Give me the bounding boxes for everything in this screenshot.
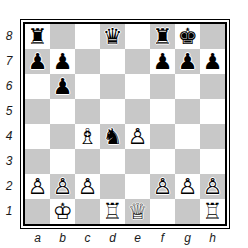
square-d7 [100,49,125,74]
square-d2 [100,174,125,199]
square-h3 [200,149,225,174]
square-g6 [175,74,200,99]
white-pawn-a2: ♙ [28,174,48,199]
square-c2: ♙ [75,174,100,199]
square-f7: ♟ [150,49,175,74]
file-label-e: e [125,230,150,246]
square-b5 [50,99,75,124]
square-c7 [75,49,100,74]
square-e2 [125,174,150,199]
square-g1 [175,199,200,224]
square-b1: ♔ [50,199,75,224]
square-d6 [100,74,125,99]
square-h8 [200,24,225,49]
square-g5 [175,99,200,124]
square-g3 [175,149,200,174]
white-king-b1: ♔ [53,199,73,224]
square-e5 [125,99,150,124]
square-b2: ♙ [50,174,75,199]
square-d1: ♖ [100,199,125,224]
square-a1 [25,199,50,224]
rank-label-4: 4 [2,124,16,149]
file-labels: abcdefgh [25,230,225,246]
white-queen-e1: ♕ [128,199,148,224]
square-c1 [75,199,100,224]
rank-label-8: 8 [2,24,16,49]
white-pawn-c2: ♙ [78,174,98,199]
black-king-g8: ♚ [178,24,198,49]
white-rook-h1: ♖ [203,199,223,224]
rank-label-5: 5 [2,99,16,124]
square-a4 [25,124,50,149]
black-pawn-g7: ♟ [178,49,198,74]
square-h1: ♖ [200,199,225,224]
white-bishop-c4: ♗ [78,124,98,149]
square-e3 [125,149,150,174]
white-rook-d1: ♖ [103,199,123,224]
square-d5 [100,99,125,124]
chess-diagram: 87654321 ♜♛♜♚♟♟♟♟♟♟♗♞♙♙♙♙♙♙♙♔♖♕♖ abcdefg… [0,0,248,248]
square-f4 [150,124,175,149]
square-a7: ♟ [25,49,50,74]
square-h4 [200,124,225,149]
square-b3 [50,149,75,174]
square-h2: ♙ [200,174,225,199]
square-a3 [25,149,50,174]
square-f5 [150,99,175,124]
chess-board: ♜♛♜♚♟♟♟♟♟♟♗♞♙♙♙♙♙♙♙♔♖♕♖ [25,24,225,224]
square-f1 [150,199,175,224]
file-label-g: g [175,230,200,246]
square-b6: ♟ [50,74,75,99]
file-label-c: c [75,230,100,246]
file-label-a: a [25,230,50,246]
black-rook-f8: ♜ [153,24,173,49]
file-label-d: d [100,230,125,246]
rank-label-6: 6 [2,74,16,99]
board-border: ♜♛♜♚♟♟♟♟♟♟♗♞♙♙♙♙♙♙♙♔♖♕♖ [23,22,227,226]
rank-label-7: 7 [2,49,16,74]
file-label-b: b [50,230,75,246]
square-h6 [200,74,225,99]
square-h7: ♟ [200,49,225,74]
square-c3 [75,149,100,174]
black-knight-d4: ♞ [103,124,123,149]
square-d8: ♛ [100,24,125,49]
rank-labels: 87654321 [2,24,16,224]
square-e1: ♕ [125,199,150,224]
square-f8: ♜ [150,24,175,49]
square-f2: ♙ [150,174,175,199]
black-rook-a8: ♜ [28,24,48,49]
black-queen-d8: ♛ [103,24,123,49]
square-d4: ♞ [100,124,125,149]
rank-label-1: 1 [2,199,16,224]
square-a8: ♜ [25,24,50,49]
white-pawn-h2: ♙ [203,174,223,199]
file-label-h: h [200,230,225,246]
black-pawn-b6: ♟ [53,74,73,99]
white-pawn-f2: ♙ [153,174,173,199]
square-a2: ♙ [25,174,50,199]
square-g2: ♙ [175,174,200,199]
square-e7 [125,49,150,74]
square-d3 [100,149,125,174]
square-g4 [175,124,200,149]
board-frame: ♜♛♜♚♟♟♟♟♟♟♗♞♙♙♙♙♙♙♙♔♖♕♖ [20,19,230,229]
rank-label-2: 2 [2,174,16,199]
square-c4: ♗ [75,124,100,149]
black-pawn-b7: ♟ [53,49,73,74]
square-b7: ♟ [50,49,75,74]
white-pawn-e4: ♙ [128,124,148,149]
file-label-f: f [150,230,175,246]
square-e8 [125,24,150,49]
white-pawn-b2: ♙ [53,174,73,199]
black-pawn-a7: ♟ [28,49,48,74]
rank-label-3: 3 [2,149,16,174]
square-c6 [75,74,100,99]
square-f3 [150,149,175,174]
white-pawn-g2: ♙ [178,174,198,199]
square-b4 [50,124,75,149]
square-g7: ♟ [175,49,200,74]
square-a6 [25,74,50,99]
square-b8 [50,24,75,49]
black-pawn-f7: ♟ [153,49,173,74]
square-e6 [125,74,150,99]
square-f6 [150,74,175,99]
square-c5 [75,99,100,124]
square-g8: ♚ [175,24,200,49]
square-e4: ♙ [125,124,150,149]
square-a5 [25,99,50,124]
square-h5 [200,99,225,124]
black-pawn-h7: ♟ [203,49,223,74]
square-c8 [75,24,100,49]
